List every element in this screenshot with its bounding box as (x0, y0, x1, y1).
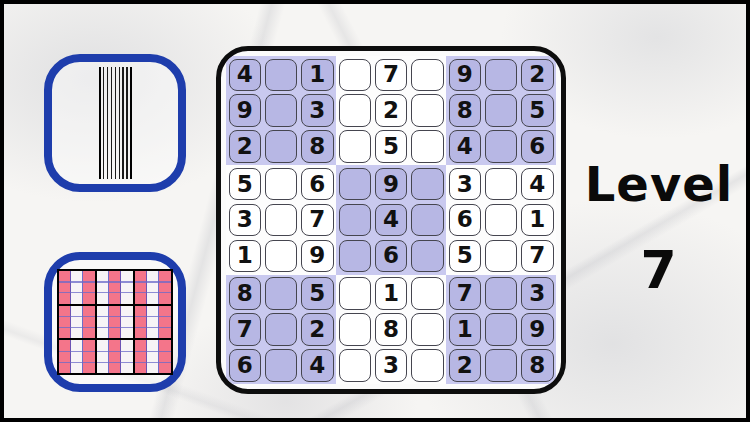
game-screen: 4193287259285465637199463461578572641837… (0, 0, 750, 422)
mini-col-filled (59, 271, 71, 304)
cell-r6c3[interactable]: 9 (301, 240, 334, 272)
cell-r7c5[interactable]: 1 (375, 277, 408, 309)
mini-block (134, 339, 172, 374)
mini-col-filled (83, 271, 95, 304)
cell-r2c9[interactable]: 5 (521, 94, 554, 126)
cell-r1c5[interactable]: 7 (375, 59, 408, 91)
cell-r9c5[interactable]: 3 (375, 349, 408, 381)
mini-col-empty (147, 306, 159, 339)
mini-col-empty (121, 306, 133, 339)
mini-col-empty (121, 271, 133, 304)
cell-r9c1[interactable]: 6 (229, 349, 262, 381)
cell-r8c3[interactable]: 2 (301, 313, 334, 345)
cell-r7c8[interactable] (485, 277, 518, 309)
cell-r9c6[interactable] (411, 349, 444, 381)
mini-col-empty (97, 306, 109, 339)
cell-r1c1[interactable]: 4 (229, 59, 262, 91)
vertical-lines-button[interactable] (44, 54, 186, 192)
mini-block (58, 339, 96, 374)
mini-col-filled (83, 340, 95, 373)
cell-r6c7[interactable]: 5 (449, 240, 482, 272)
cell-r7c4[interactable] (339, 277, 372, 309)
cell-r3c2[interactable] (265, 130, 298, 162)
cell-r9c3[interactable]: 4 (301, 349, 334, 381)
cell-r2c6[interactable] (411, 94, 444, 126)
block-r1c1: 419328 (226, 56, 336, 165)
cell-r4c9[interactable]: 4 (521, 168, 554, 200)
cell-r9c9[interactable]: 8 (521, 349, 554, 381)
mini-col-filled (159, 271, 171, 304)
cell-r6c6[interactable] (411, 240, 444, 272)
cell-r4c7[interactable]: 3 (449, 168, 482, 200)
cell-r3c8[interactable] (485, 130, 518, 162)
cell-r5c3[interactable]: 7 (301, 204, 334, 236)
vertical-lines-icon (99, 67, 132, 179)
cell-r9c2[interactable] (265, 349, 298, 381)
cell-r8c8[interactable] (485, 313, 518, 345)
cell-r3c6[interactable] (411, 130, 444, 162)
cell-r4c5[interactable]: 9 (375, 168, 408, 200)
block-r2c3: 346157 (446, 165, 556, 274)
cell-r7c2[interactable] (265, 277, 298, 309)
mini-col-filled (135, 271, 147, 304)
cell-r6c8[interactable] (485, 240, 518, 272)
cell-r8c9[interactable]: 9 (521, 313, 554, 345)
mini-block (58, 270, 96, 305)
block-r1c3: 928546 (446, 56, 556, 165)
block-r3c3: 731928 (446, 275, 556, 384)
cell-r4c1[interactable]: 5 (229, 168, 262, 200)
cell-r2c1[interactable]: 9 (229, 94, 262, 126)
block-r1c2: 725 (336, 56, 446, 165)
cell-r5c5[interactable]: 4 (375, 204, 408, 236)
cell-r5c1[interactable]: 3 (229, 204, 262, 236)
cell-r5c6[interactable] (411, 204, 444, 236)
cell-r1c4[interactable] (339, 59, 372, 91)
mini-col-empty (97, 271, 109, 304)
mini-col-filled (83, 306, 95, 339)
mini-col-filled (159, 340, 171, 373)
cell-r6c2[interactable] (265, 240, 298, 272)
mini-col-filled (59, 340, 71, 373)
block-r3c1: 857264 (226, 275, 336, 384)
cell-r3c7[interactable]: 4 (449, 130, 482, 162)
level-number: 7 (569, 240, 749, 300)
cell-r5c4[interactable] (339, 204, 372, 236)
cell-r8c1[interactable]: 7 (229, 313, 262, 345)
mini-col-empty (147, 340, 159, 373)
cell-r6c9[interactable]: 7 (521, 240, 554, 272)
mini-block (134, 270, 172, 305)
cell-r2c7[interactable]: 8 (449, 94, 482, 126)
cell-r7c1[interactable]: 8 (229, 277, 262, 309)
level-label: Level (569, 154, 749, 214)
cell-r2c4[interactable] (339, 94, 372, 126)
mini-col-filled (109, 271, 121, 304)
mini-block (134, 305, 172, 340)
cell-r9c8[interactable] (485, 349, 518, 381)
cell-r5c9[interactable]: 1 (521, 204, 554, 236)
cell-r6c1[interactable]: 1 (229, 240, 262, 272)
cell-r1c3[interactable]: 1 (301, 59, 334, 91)
cell-r2c5[interactable]: 2 (375, 94, 408, 126)
cell-r7c7[interactable]: 7 (449, 277, 482, 309)
cell-r2c2[interactable] (265, 94, 298, 126)
cell-r7c6[interactable] (411, 277, 444, 309)
mini-col-filled (135, 306, 147, 339)
cell-r7c3[interactable]: 5 (301, 277, 334, 309)
cell-r4c2[interactable] (265, 168, 298, 200)
block-r2c1: 563719 (226, 165, 336, 274)
cell-r1c2[interactable] (265, 59, 298, 91)
cell-r8c5[interactable]: 8 (375, 313, 408, 345)
cell-r9c4[interactable] (339, 349, 372, 381)
mini-col-filled (109, 306, 121, 339)
cell-r3c3[interactable]: 8 (301, 130, 334, 162)
cell-r8c2[interactable] (265, 313, 298, 345)
mini-col-filled (109, 340, 121, 373)
mini-block (96, 270, 134, 305)
cell-r9c7[interactable]: 2 (449, 349, 482, 381)
cell-r4c3[interactable]: 6 (301, 168, 334, 200)
cell-r3c4[interactable] (339, 130, 372, 162)
cell-r4c8[interactable] (485, 168, 518, 200)
cell-r3c1[interactable]: 2 (229, 130, 262, 162)
cell-r1c8[interactable] (485, 59, 518, 91)
mini-col-filled (59, 306, 71, 339)
cell-r5c8[interactable] (485, 204, 518, 236)
mini-col-empty (71, 271, 83, 304)
mini-block (96, 339, 134, 374)
cell-r4c4[interactable] (339, 168, 372, 200)
cell-r1c7[interactable]: 9 (449, 59, 482, 91)
cell-r4c6[interactable] (411, 168, 444, 200)
mini-block (96, 305, 134, 340)
mini-block (58, 305, 96, 340)
mini-col-filled (135, 340, 147, 373)
mini-col-empty (97, 340, 109, 373)
cell-r6c4[interactable] (339, 240, 372, 272)
grid-pattern-button[interactable] (44, 252, 186, 392)
cell-r5c7[interactable]: 6 (449, 204, 482, 236)
mini-sudoku-grid-icon (57, 269, 173, 375)
cell-r2c3[interactable]: 3 (301, 94, 334, 126)
block-r2c2: 946 (336, 165, 446, 274)
cell-r1c9[interactable]: 2 (521, 59, 554, 91)
cell-r7c9[interactable]: 3 (521, 277, 554, 309)
mini-col-empty (147, 271, 159, 304)
mini-col-empty (71, 340, 83, 373)
cell-r6c5[interactable]: 6 (375, 240, 408, 272)
cell-r3c5[interactable]: 5 (375, 130, 408, 162)
mini-col-filled (159, 306, 171, 339)
cell-r5c2[interactable] (265, 204, 298, 236)
cell-r8c7[interactable]: 1 (449, 313, 482, 345)
cell-r8c6[interactable] (411, 313, 444, 345)
cell-r8c4[interactable] (339, 313, 372, 345)
cell-r3c9[interactable]: 6 (521, 130, 554, 162)
mini-col-empty (71, 306, 83, 339)
block-r3c2: 183 (336, 275, 446, 384)
sudoku-board: 4193287259285465637199463461578572641837… (216, 46, 566, 394)
cell-r1c6[interactable] (411, 59, 444, 91)
cell-r2c8[interactable] (485, 94, 518, 126)
mini-col-empty (121, 340, 133, 373)
